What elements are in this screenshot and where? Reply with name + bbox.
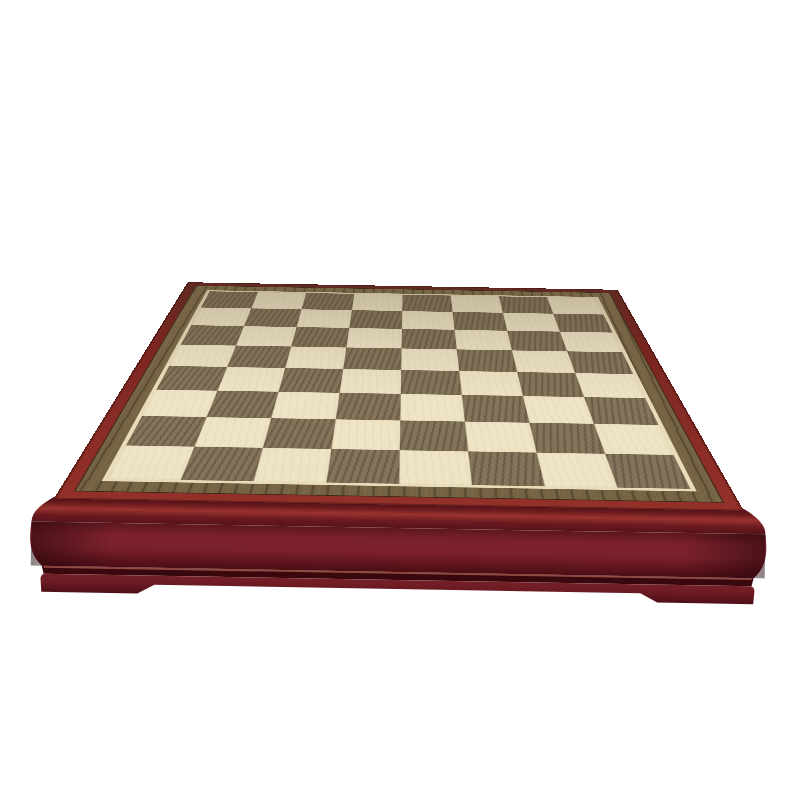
square[interactable] — [251, 292, 306, 309]
chess-board — [54, 282, 744, 511]
base-bulge-shade-right — [685, 533, 766, 578]
board-scene — [0, 0, 800, 800]
walnut-border-band — [74, 285, 724, 502]
square[interactable] — [462, 395, 530, 423]
square[interactable] — [402, 311, 455, 330]
square[interactable] — [503, 313, 560, 332]
square[interactable] — [108, 445, 194, 480]
square[interactable] — [169, 345, 236, 367]
square[interactable] — [459, 371, 523, 396]
square[interactable] — [507, 331, 567, 352]
square[interactable] — [352, 294, 403, 311]
square[interactable] — [401, 370, 462, 395]
square[interactable] — [399, 450, 472, 485]
square[interactable] — [244, 308, 302, 327]
square[interactable] — [401, 348, 459, 371]
square[interactable] — [331, 419, 400, 450]
square[interactable] — [201, 291, 258, 308]
square[interactable] — [349, 310, 402, 329]
square[interactable] — [523, 396, 594, 424]
square[interactable] — [236, 326, 297, 346]
square[interactable] — [453, 312, 508, 331]
square[interactable] — [191, 308, 251, 327]
base-bulge-shade-left — [31, 522, 112, 567]
square[interactable] — [297, 309, 352, 328]
square[interactable] — [457, 349, 517, 372]
square[interactable] — [455, 330, 512, 351]
square[interactable] — [547, 297, 603, 314]
square[interactable] — [181, 447, 263, 482]
square[interactable] — [553, 314, 612, 333]
square[interactable] — [302, 293, 355, 310]
square[interactable] — [402, 329, 457, 350]
square[interactable] — [291, 327, 349, 347]
square[interactable] — [326, 449, 399, 484]
square[interactable] — [142, 390, 217, 417]
maple-inner-line — [102, 290, 697, 491]
square[interactable] — [285, 347, 346, 369]
square[interactable] — [512, 350, 575, 373]
square[interactable] — [207, 391, 279, 419]
square[interactable] — [400, 394, 465, 422]
square[interactable] — [400, 420, 468, 451]
square[interactable] — [451, 296, 503, 313]
square[interactable] — [218, 367, 286, 392]
square[interactable] — [181, 325, 244, 345]
square[interactable] — [465, 422, 537, 453]
square[interactable] — [560, 332, 622, 353]
square[interactable] — [263, 418, 336, 449]
square[interactable] — [537, 453, 618, 488]
square[interactable] — [584, 397, 658, 425]
square[interactable] — [594, 424, 674, 455]
square[interactable] — [468, 451, 545, 486]
square[interactable] — [343, 347, 401, 370]
square[interactable] — [575, 373, 645, 398]
square[interactable] — [195, 417, 272, 448]
square[interactable] — [346, 328, 402, 348]
square[interactable] — [279, 368, 344, 393]
square[interactable] — [567, 351, 633, 374]
square[interactable] — [499, 296, 553, 313]
square[interactable] — [126, 416, 207, 447]
square[interactable] — [517, 372, 584, 397]
square[interactable] — [340, 369, 402, 394]
square[interactable] — [227, 346, 291, 368]
square[interactable] — [336, 393, 401, 421]
square[interactable] — [529, 423, 605, 454]
product-photo-background — [0, 0, 800, 800]
square[interactable] — [254, 448, 332, 483]
square[interactable] — [605, 454, 690, 489]
square[interactable] — [402, 295, 452, 312]
square[interactable] — [156, 366, 227, 391]
square[interactable] — [271, 392, 339, 420]
board-squares — [108, 291, 690, 489]
